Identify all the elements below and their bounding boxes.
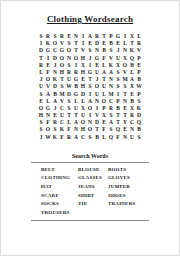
grid-cell-r14c5: F: [67, 126, 70, 133]
grid-cell-r6c10: A: [102, 69, 106, 76]
grid-cell-r12c14: R: [130, 112, 134, 119]
grid-cell-r9c2: A: [46, 91, 50, 98]
grid-cell-r4c2: I: [47, 55, 49, 62]
grid-cell-r3c7: V: [81, 47, 85, 54]
grid-cell-r13c1: S: [39, 119, 42, 126]
word-item: GLOVES: [108, 175, 149, 180]
word-item: SCARF: [41, 193, 78, 198]
grid-cell-r8c9: O: [95, 83, 99, 90]
word-item: GLASSES: [78, 175, 108, 180]
grid-cell-r9c4: M: [59, 91, 64, 98]
grid-cell-r6c11: A: [109, 69, 113, 76]
grid-cell-r7c3: K: [53, 76, 57, 83]
word-item: BELT: [41, 167, 78, 172]
grid-cell-r6c12: S: [116, 69, 119, 76]
grid-cell-r15c1: J: [40, 134, 43, 141]
grid-cell-r14c9: T: [95, 126, 99, 133]
grid-cell-r7c7: E: [81, 76, 85, 83]
grid-cell-r1c4: R: [60, 33, 64, 40]
grid-cell-r6c2: F: [46, 69, 49, 76]
grid-cell-r9c1: S: [39, 91, 42, 98]
grid-cell-r4c7: H: [81, 55, 85, 62]
grid-cell-r8c6: B: [74, 83, 78, 90]
grid-cell-r7c10: T: [102, 76, 106, 83]
grid-cell-r15c8: S: [88, 134, 91, 141]
grid-cell-r8c2: V: [46, 83, 50, 90]
grid-cell-r8c3: D: [53, 83, 57, 90]
grid-cell-r10c14: B: [130, 98, 134, 105]
grid-cell-r14c10: F: [102, 126, 105, 133]
grid-cell-r8c15: W: [136, 83, 142, 90]
grid-cell-r7c1: J: [40, 76, 43, 83]
grid-cell-r7c11: N: [109, 76, 113, 83]
grid-cell-r4c12: U: [116, 55, 120, 62]
grid-cell-r10c1: E: [39, 98, 43, 105]
grid-cell-r4c11: V: [109, 55, 113, 62]
grid-cell-r15c3: K: [53, 134, 57, 141]
grid-cell-r13c5: L: [67, 119, 71, 126]
grid-cell-r5c15: E: [137, 62, 141, 69]
word-item: JEANS: [78, 184, 108, 189]
grid-cell-r10c2: L: [46, 98, 50, 105]
grid-cell-r6c13: V: [123, 69, 127, 76]
grid-cell-r9c7: D: [81, 91, 85, 98]
grid-cell-r7c13: M: [122, 76, 127, 83]
grid-cell-r6c5: R: [67, 69, 71, 76]
page-title: Clothing Wordsearch: [1, 14, 179, 24]
grid-cell-r8c13: S: [123, 83, 126, 90]
grid-cell-r2c3: O: [53, 40, 57, 47]
grid-cell-r4c6: O: [74, 55, 78, 62]
grid-cell-r5c2: E: [46, 62, 50, 69]
grid-cell-r12c5: T: [67, 112, 71, 119]
grid-cell-r4c3: D: [53, 55, 57, 62]
grid-cell-r3c12: J: [117, 47, 120, 54]
grid-cell-r13c4: C: [60, 119, 64, 126]
grid-cell-r6c7: H: [81, 69, 85, 76]
grid-cell-r13c3: R: [53, 119, 57, 126]
grid-cell-r5c3: J: [54, 62, 57, 69]
grid-cell-r8c7: H: [81, 83, 85, 90]
word-item: SHIRT: [78, 193, 108, 198]
grid-cell-r11c9: I: [96, 105, 98, 112]
word-item: HAT: [41, 184, 78, 189]
grid-cell-r8c8: S: [88, 83, 91, 90]
grid-cell-r5c14: B: [130, 62, 134, 69]
grid-cell-r5c10: L: [102, 62, 106, 69]
grid-cell-r12c12: T: [116, 112, 120, 119]
grid-cell-r13c8: N: [88, 119, 92, 126]
grid-cell-r5c4: O: [60, 62, 64, 69]
grid-cell-r10c12: P: [116, 98, 119, 105]
grid-cell-r14c7: H: [81, 126, 85, 133]
grid-cell-r15c4: F: [60, 134, 63, 141]
grid-cell-r13c6: A: [74, 119, 78, 126]
grid-cell-r15c5: R: [67, 134, 71, 141]
grid-cell-r1c3: S: [53, 33, 56, 40]
grid-cell-r2c13: L: [123, 40, 127, 47]
grid-cell-r6c9: U: [95, 69, 99, 76]
grid-cell-r15c7: C: [81, 134, 85, 141]
grid-cell-r8c14: X: [130, 83, 134, 90]
grid-cell-r13c2: F: [46, 119, 49, 126]
grid-cell-r2c8: E: [88, 40, 92, 47]
grid-cell-r9c12: I: [117, 91, 119, 98]
grid-cell-r11c3: J: [54, 105, 57, 112]
grid-cell-r5c12: X: [116, 62, 120, 69]
worksheet-page: Clothing Wordsearch SRSRENIARTPGIXLIKOVS…: [0, 0, 180, 256]
grid-cell-r7c14: A: [130, 76, 134, 83]
grid-cell-r3c3: C: [53, 47, 57, 54]
grid-cell-r3c8: S: [88, 47, 91, 54]
grid-cell-r9c11: M: [108, 91, 113, 98]
grid-cell-r5c13: O: [123, 62, 127, 69]
grid-cell-r2c2: K: [46, 40, 50, 47]
grid-cell-r8c5: W: [66, 83, 72, 90]
grid-cell-r7c15: B: [137, 76, 141, 83]
grid-cell-r5c9: E: [95, 62, 99, 69]
grid-cell-r2c11: B: [109, 40, 113, 47]
grid-cell-r14c6: N: [74, 126, 78, 133]
grid-cell-r6c15: P: [137, 69, 140, 76]
grid-cell-r4c9: G: [95, 55, 99, 62]
grid-cell-r2c15: R: [137, 40, 141, 47]
grid-cell-r13c13: Y: [123, 119, 127, 126]
grid-cell-r3c5: O: [67, 47, 71, 54]
grid-cell-r2c1: I: [40, 40, 42, 47]
grid-cell-r1c15: L: [137, 33, 141, 40]
grid-cell-r7c4: T: [60, 76, 64, 83]
grid-cell-r3c4: G: [60, 47, 64, 54]
grid-cell-r1c5: E: [67, 33, 71, 40]
grid-cell-r4c5: N: [67, 55, 71, 62]
grid-cell-r6c6: R: [74, 69, 78, 76]
grid-cell-r12c11: S: [109, 112, 112, 119]
grid-cell-r11c12: B: [116, 105, 120, 112]
grid-cell-r13c12: T: [116, 119, 120, 126]
grid-cell-r14c1: S: [39, 126, 42, 133]
grid-cell-r12c2: N: [46, 112, 50, 119]
grid-cell-r12c7: U: [81, 112, 85, 119]
grid-cell-r10c5: S: [67, 98, 70, 105]
grid-cell-r1c10: T: [102, 33, 106, 40]
search-words-heading: Search Words: [31, 153, 149, 159]
grid-cell-r14c14: N: [130, 126, 134, 133]
grid-cell-r14c3: S: [53, 126, 56, 133]
grid-cell-r12c9: V: [95, 112, 99, 119]
grid-cell-r4c14: Q: [130, 55, 134, 62]
word-item: BOOTS: [108, 167, 149, 172]
grid-cell-r10c6: L: [74, 98, 78, 105]
grid-cell-r11c14: X: [130, 105, 134, 112]
grid-cell-r14c12: Q: [116, 126, 120, 133]
grid-cell-r10c13: N: [123, 98, 127, 105]
grid-cell-r13c9: D: [95, 119, 99, 126]
grid-cell-r9c14: E: [130, 91, 134, 98]
grid-cell-r3c10: B: [102, 47, 106, 54]
word-item: TRAINERS: [108, 201, 149, 206]
grid-cell-r6c14: L: [130, 69, 134, 76]
grid-cell-r1c2: R: [46, 33, 50, 40]
grid-cell-r5c11: K: [109, 62, 113, 69]
grid-cell-r7c6: G: [74, 76, 78, 83]
grid-cell-r11c5: S: [67, 105, 70, 112]
grid-cell-r8c11: N: [109, 83, 113, 90]
grid-cell-r11c11: R: [109, 105, 113, 112]
grid-cell-r13c11: A: [109, 119, 113, 126]
grid-cell-r15c13: N: [123, 134, 127, 141]
grid-cell-r1c14: X: [130, 33, 134, 40]
grid-cell-r1c11: P: [109, 33, 112, 40]
grid-cell-r4c10: F: [102, 55, 105, 62]
grid-cell-r9c13: T: [123, 91, 127, 98]
grid-cell-r2c12: E: [116, 40, 120, 47]
grid-cell-r11c15: K: [137, 105, 141, 112]
grid-cell-r15c2: W: [45, 134, 51, 141]
grid-cell-r9c6: G: [74, 91, 78, 98]
grid-cell-r11c7: X: [81, 105, 85, 112]
grid-cell-r9c9: U: [95, 91, 99, 98]
grid-cell-r6c1: L: [39, 69, 43, 76]
grid-cell-r1c13: I: [124, 33, 126, 40]
grid-cell-r2c7: I: [82, 40, 84, 47]
grid-cell-r10c3: A: [53, 98, 57, 105]
grid-cell-r5c1: R: [39, 62, 43, 69]
grid-cell-r3c6: T: [74, 47, 78, 54]
grid-cell-r15c6: A: [74, 134, 78, 141]
grid-cell-r9c3: B: [53, 91, 57, 98]
grid-cell-r10c11: C: [109, 98, 113, 105]
grid-cell-r1c12: G: [116, 33, 120, 40]
grid-cell-r4c8: J: [89, 55, 92, 62]
grid-cell-r5c5: S: [67, 62, 70, 69]
grid-cell-r3c14: K: [130, 47, 134, 54]
grid-cell-r12c4: U: [60, 112, 64, 119]
grid-cell-r1c9: R: [95, 33, 99, 40]
grid-cell-r6c3: N: [53, 69, 57, 76]
grid-cell-r1c6: N: [74, 33, 78, 40]
word-item: CLOTHING: [41, 175, 78, 180]
grid-cell-r11c13: E: [123, 105, 127, 112]
grid-cell-r12c6: T: [74, 112, 78, 119]
grid-cell-r3c13: N: [123, 47, 127, 54]
grid-cell-r8c4: S: [60, 83, 63, 90]
wordsearch-grid: SRSRENIARTPGIXLIKOVSTIEDEBELTRDGCGOTVSNB…: [38, 33, 143, 141]
grid-cell-r13c7: O: [81, 119, 85, 126]
grid-cell-r5c6: I: [75, 62, 77, 69]
word-item: SOCKS: [41, 201, 78, 206]
grid-cell-r14c4: K: [60, 126, 64, 133]
grid-cell-r1c1: S: [39, 33, 42, 40]
grid-cell-r3c11: S: [109, 47, 112, 54]
grid-cell-r11c4: C: [60, 105, 64, 112]
grid-cell-r9c15: P: [137, 91, 140, 98]
grid-cell-r3c2: G: [46, 47, 50, 54]
grid-cell-r8c1: U: [39, 83, 43, 90]
grid-cell-r15c14: U: [130, 134, 134, 141]
grid-cell-r13c14: C: [130, 119, 134, 126]
grid-cell-r14c8: O: [88, 126, 92, 133]
grid-cell-r15c12: F: [116, 134, 119, 141]
grid-cell-r10c8: A: [88, 98, 92, 105]
grid-cell-r10c4: V: [60, 98, 64, 105]
grid-cell-r14c13: E: [123, 126, 127, 133]
word-item: BLOUSE: [78, 167, 108, 172]
grid-cell-r14c11: S: [109, 126, 112, 133]
grid-cell-r10c9: N: [95, 98, 99, 105]
grid-cell-r2c14: T: [130, 40, 134, 47]
grid-cell-r11c6: U: [74, 105, 78, 112]
grid-cell-r15c10: L: [102, 134, 106, 141]
grid-cell-r12c15: D: [137, 112, 141, 119]
grid-cell-r4c1: T: [39, 55, 43, 62]
grid-cell-r2c9: D: [95, 40, 99, 47]
grid-cell-r13c15: Q: [137, 119, 141, 126]
grid-cell-r2c5: S: [67, 40, 70, 47]
grid-cell-r11c2: G: [46, 105, 50, 112]
grid-cell-r6c8: G: [88, 69, 92, 76]
grid-cell-r10c7: L: [81, 98, 85, 105]
grid-cell-r15c9: B: [95, 134, 99, 141]
word-item: SHOES: [108, 193, 149, 198]
grid-cell-r5c7: X: [81, 62, 85, 69]
grid-cell-r10c10: O: [102, 98, 106, 105]
grid-cell-r7c8: T: [88, 76, 92, 83]
grid-cell-r4c4: O: [60, 55, 64, 62]
word-item: TIE: [78, 201, 108, 206]
grid-cell-r9c5: D: [67, 91, 71, 98]
grid-cell-r2c10: E: [102, 40, 106, 47]
grid-cell-r5c8: I: [89, 62, 91, 69]
grid-cell-r15c11: Q: [109, 134, 113, 141]
grid-cell-r4c15: P: [137, 55, 140, 62]
grid-cell-r1c8: A: [88, 33, 92, 40]
grid-cell-r12c8: I: [89, 112, 91, 119]
grid-cell-r4c13: X: [123, 55, 127, 62]
grid-cell-r7c12: S: [116, 76, 119, 83]
grid-cell-r14c2: O: [46, 126, 50, 133]
grid-cell-r3c9: N: [95, 47, 99, 54]
grid-cell-r7c2: O: [46, 76, 50, 83]
grid-cell-r9c8: I: [89, 91, 91, 98]
grid-cell-r15c15: S: [137, 134, 140, 141]
grid-cell-r8c10: U: [102, 83, 106, 90]
grid-cell-r11c8: O: [88, 105, 92, 112]
grid-cell-r12c10: X: [102, 112, 106, 119]
grid-cell-r2c6: T: [74, 40, 78, 47]
grid-cell-r2c4: V: [60, 40, 64, 47]
grid-cell-r10c15: S: [137, 98, 140, 105]
word-item: JUMPER: [108, 184, 149, 189]
grid-cell-r12c13: T: [123, 112, 127, 119]
grid-cell-r14c15: B: [137, 126, 141, 133]
word-list: BELTBLOUSEBOOTSCLOTHINGGLASSESGLOVESHATJ…: [31, 162, 149, 221]
grid-cell-r11c1: O: [39, 105, 43, 112]
grid-cell-r1c7: I: [82, 33, 84, 40]
grid-cell-r12c1: H: [39, 112, 43, 119]
grid-cell-r3c1: D: [39, 47, 43, 54]
grid-cell-r13c10: E: [102, 119, 106, 126]
word-item: TROUSERS: [41, 210, 78, 215]
grid-cell-r11c10: P: [102, 105, 105, 112]
grid-cell-r6c4: H: [60, 69, 64, 76]
grid-cell-r8c12: S: [116, 83, 119, 90]
grid-cell-r7c5: U: [67, 76, 71, 83]
grid-cell-r3c15: V: [137, 47, 141, 54]
grid-cell-r9c10: L: [102, 91, 106, 98]
grid-cell-r7c9: J: [96, 76, 99, 83]
search-words-box: Search Words BELTBLOUSEBOOTSCLOTHINGGLAS…: [31, 153, 149, 221]
grid-cell-r12c3: E: [53, 112, 57, 119]
